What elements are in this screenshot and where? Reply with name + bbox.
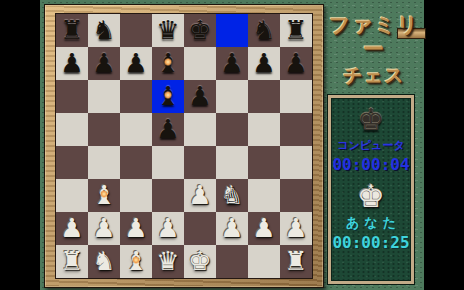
square-c3[interactable] — [120, 179, 152, 212]
square-d2[interactable]: ♟ — [152, 212, 184, 245]
square-c4[interactable] — [120, 146, 152, 179]
square-g2[interactable]: ♟ — [248, 212, 280, 245]
black-knight[interactable]: ♞ — [88, 14, 120, 46]
square-d3[interactable] — [152, 179, 184, 212]
human-player-label: あなた — [341, 214, 401, 232]
white-pawn[interactable]: ♟ — [216, 212, 248, 244]
square-b1[interactable]: ♞ — [88, 245, 120, 278]
black-pawn[interactable]: ♟ — [280, 47, 312, 79]
square-d7[interactable]: ♝ — [152, 47, 184, 80]
square-h7[interactable]: ♟ — [280, 47, 312, 80]
white-pawn[interactable]: ♟ — [280, 212, 312, 244]
app-title-line1: ファミリー — [324, 13, 424, 61]
square-f4[interactable] — [216, 146, 248, 179]
clock-panel: ♚ コンピュータ 00:00:04 ♚ あなた 00:00:25 — [328, 95, 414, 284]
square-e2[interactable] — [184, 212, 216, 245]
square-e3[interactable]: ♟ — [184, 179, 216, 212]
square-g3[interactable] — [248, 179, 280, 212]
white-pawn[interactable]: ♟ — [56, 212, 88, 244]
square-f1[interactable] — [216, 245, 248, 278]
square-h3[interactable] — [280, 179, 312, 212]
square-d8[interactable]: ♛ — [152, 14, 184, 47]
square-f6[interactable] — [216, 80, 248, 113]
black-king-icon: ♚ — [358, 105, 385, 135]
black-pawn[interactable]: ♟ — [216, 47, 248, 79]
white-pawn[interactable]: ♟ — [152, 212, 184, 244]
square-g1[interactable] — [248, 245, 280, 278]
square-f7[interactable]: ♟ — [216, 47, 248, 80]
square-e5[interactable] — [184, 113, 216, 146]
square-a2[interactable]: ♟ — [56, 212, 88, 245]
square-d4[interactable] — [152, 146, 184, 179]
square-h8[interactable]: ♜ — [280, 14, 312, 47]
square-c5[interactable] — [120, 113, 152, 146]
square-h2[interactable]: ♟ — [280, 212, 312, 245]
square-c6[interactable] — [120, 80, 152, 113]
square-e7[interactable] — [184, 47, 216, 80]
white-queen[interactable]: ♛ — [152, 245, 184, 277]
square-f8[interactable] — [216, 14, 248, 47]
computer-clock: 00:00:04 — [332, 155, 409, 174]
black-pawn[interactable]: ♟ — [56, 47, 88, 79]
black-pawn[interactable]: ♟ — [152, 113, 184, 145]
app-title-line2: チェス — [324, 64, 424, 86]
white-pawn[interactable]: ♟ — [184, 179, 216, 211]
square-h1[interactable]: ♜ — [280, 245, 312, 278]
square-c8[interactable] — [120, 14, 152, 47]
square-g5[interactable] — [248, 113, 280, 146]
bishop-glow-decoration — [164, 58, 172, 66]
square-b2[interactable]: ♟ — [88, 212, 120, 245]
square-a5[interactable] — [56, 113, 88, 146]
black-rook[interactable]: ♜ — [56, 14, 88, 46]
square-a3[interactable] — [56, 179, 88, 212]
square-a4[interactable] — [56, 146, 88, 179]
square-b7[interactable]: ♟ — [88, 47, 120, 80]
black-pawn[interactable]: ♟ — [120, 47, 152, 79]
square-c2[interactable]: ♟ — [120, 212, 152, 245]
bishop-glow-decoration — [100, 190, 108, 198]
square-b6[interactable] — [88, 80, 120, 113]
white-pawn[interactable]: ♟ — [248, 212, 280, 244]
white-pawn[interactable]: ♟ — [120, 212, 152, 244]
black-knight[interactable]: ♞ — [248, 14, 280, 46]
square-h4[interactable] — [280, 146, 312, 179]
black-queen[interactable]: ♛ — [152, 14, 184, 46]
app-title: ファミリー チェス — [324, 13, 424, 86]
square-h5[interactable] — [280, 113, 312, 146]
square-d1[interactable]: ♛ — [152, 245, 184, 278]
square-e8[interactable]: ♚ — [184, 14, 216, 47]
board-frame: ♜♞♛♚♞♜♟♟♟♝♟♟♟♝♟♟♝♟♞♟♟♟♟♟♟♟♜♞♝♛♚♜☝ — [44, 4, 324, 288]
square-h6[interactable] — [280, 80, 312, 113]
square-f2[interactable]: ♟ — [216, 212, 248, 245]
square-a1[interactable]: ♜ — [56, 245, 88, 278]
human-clock: 00:00:25 — [332, 233, 409, 252]
square-e4[interactable] — [184, 146, 216, 179]
white-knight[interactable]: ♞ — [88, 245, 120, 277]
square-d5[interactable]: ♟ — [152, 113, 184, 146]
square-b3[interactable]: ♝ — [88, 179, 120, 212]
computer-player-label: コンピュータ — [337, 138, 404, 153]
white-pawn[interactable]: ♟ — [88, 212, 120, 244]
square-b8[interactable]: ♞ — [88, 14, 120, 47]
bishop-glow-decoration — [132, 256, 140, 264]
square-a8[interactable]: ♜ — [56, 14, 88, 47]
black-pawn[interactable]: ♟ — [184, 80, 216, 112]
square-g4[interactable] — [248, 146, 280, 179]
white-rook[interactable]: ♜ — [56, 245, 88, 277]
square-g7[interactable]: ♟ — [248, 47, 280, 80]
square-b4[interactable] — [88, 146, 120, 179]
black-king[interactable]: ♚ — [184, 14, 216, 46]
square-g8[interactable]: ♞ — [248, 14, 280, 47]
square-b5[interactable] — [88, 113, 120, 146]
game-screen: ♜♞♛♚♞♜♟♟♟♝♟♟♟♝♟♟♝♟♞♟♟♟♟♟♟♟♜♞♝♛♚♜☝ ファミリー … — [40, 0, 424, 290]
square-a7[interactable]: ♟ — [56, 47, 88, 80]
white-king[interactable]: ♚ — [184, 245, 216, 277]
square-g6[interactable] — [248, 80, 280, 113]
chess-board[interactable]: ♜♞♛♚♞♜♟♟♟♝♟♟♟♝♟♟♝♟♞♟♟♟♟♟♟♟♜♞♝♛♚♜☝ — [55, 13, 313, 279]
bishop-glow-decoration — [164, 91, 172, 99]
black-pawn[interactable]: ♟ — [248, 47, 280, 79]
square-e1[interactable]: ♚ — [184, 245, 216, 278]
square-f5[interactable] — [216, 113, 248, 146]
square-c1[interactable]: ♝ — [120, 245, 152, 278]
square-d6[interactable]: ♝ — [152, 80, 184, 113]
square-c7[interactable]: ♟ — [120, 47, 152, 80]
white-king-icon: ♚ — [357, 181, 385, 212]
square-e6[interactable]: ♟ — [184, 80, 216, 113]
white-rook[interactable]: ♜ — [280, 245, 312, 277]
black-pawn[interactable]: ♟ — [88, 47, 120, 79]
black-rook[interactable]: ♜ — [280, 14, 312, 46]
square-a6[interactable] — [56, 80, 88, 113]
